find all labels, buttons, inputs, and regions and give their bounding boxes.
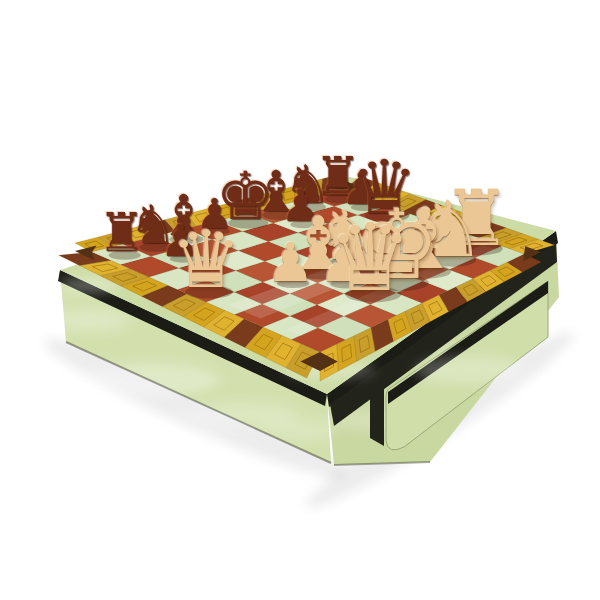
marble-vein xyxy=(50,309,130,331)
piece-light-pawn[interactable]: ♟ xyxy=(266,235,314,289)
chess-set-photo: ♜♞♟♝♛♚♟♟♝♞♜♟♜♟♞♞♝♟♝♚♟♟♛♛ xyxy=(0,0,600,600)
piece-light-queen[interactable]: ♛ xyxy=(171,221,242,300)
piece-dark-rook[interactable]: ♜ xyxy=(98,207,146,260)
marble-vein xyxy=(415,356,525,384)
piece-light-queen[interactable]: ♛ xyxy=(328,211,412,305)
drawer-gap-shadow xyxy=(370,380,384,446)
chess-board-scene xyxy=(0,0,600,600)
